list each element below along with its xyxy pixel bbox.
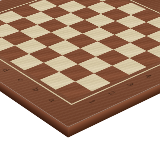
rank-label-1: 1 xyxy=(78,95,107,109)
chess-board: hgfedcba 87654321 xyxy=(0,0,160,127)
file-label-a: a xyxy=(39,93,66,108)
photo-background: hgfedcba 87654321 xyxy=(0,0,160,160)
board-scene: hgfedcba 87654321 xyxy=(0,0,160,160)
